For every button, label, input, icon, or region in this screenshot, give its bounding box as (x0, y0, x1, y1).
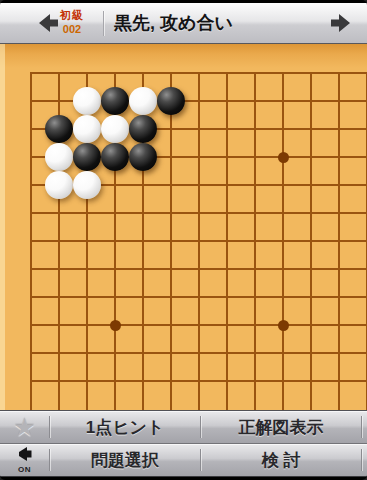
page-title: 黒先, 攻め合い (114, 3, 233, 43)
black-stone (101, 143, 129, 171)
white-stone (45, 143, 73, 171)
level-label: 初級 (52, 8, 92, 22)
hint-button[interactable]: 1点ヒント (50, 411, 200, 443)
sound-toggle-button[interactable]: ON (0, 444, 49, 476)
black-stone (73, 143, 101, 171)
star-icon: ★ (13, 415, 35, 440)
white-stone (73, 87, 101, 115)
panel-spacer (362, 444, 367, 476)
control-panel: ★ 1点ヒント 正解図表示 ON 問題選択 検 討 (0, 410, 367, 477)
favorite-button[interactable]: ★ (0, 411, 49, 443)
white-stone (45, 171, 73, 199)
top-navigation-bar: 初級 002 黒先, 攻め合い (0, 3, 367, 44)
arrow-right-icon (327, 12, 353, 34)
black-stone (45, 115, 73, 143)
panel-row-bottom: ON 問題選択 検 討 (0, 444, 367, 477)
problem-level-badge: 初級 002 (52, 8, 92, 36)
stone-grid (17, 59, 367, 410)
panel-row-top: ★ 1点ヒント 正解図表示 (0, 411, 367, 444)
go-board[interactable] (0, 44, 367, 410)
white-stone (73, 171, 101, 199)
app-screen: 初級 002 黒先, 攻め合い ★ 1点ヒント 正解図表示 (0, 0, 367, 480)
black-stone (157, 87, 185, 115)
panel-spacer (362, 411, 367, 443)
speaker-icon (15, 446, 35, 465)
black-stone (129, 115, 157, 143)
review-button[interactable]: 検 討 (201, 444, 361, 476)
sound-on-label: ON (18, 465, 31, 474)
problem-number: 002 (52, 22, 92, 36)
show-answer-button[interactable]: 正解図表示 (201, 411, 361, 443)
problem-select-button[interactable]: 問題選択 (50, 444, 200, 476)
next-problem-button[interactable] (327, 12, 353, 34)
black-stone (129, 143, 157, 171)
black-stone (101, 87, 129, 115)
white-stone (101, 115, 129, 143)
white-stone (129, 87, 157, 115)
topbar-divider (103, 11, 104, 36)
white-stone (73, 115, 101, 143)
